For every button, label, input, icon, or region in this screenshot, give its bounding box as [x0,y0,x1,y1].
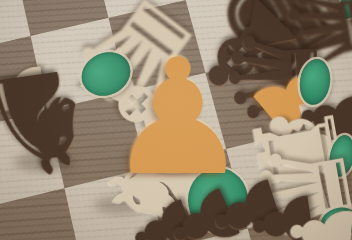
photo-chess-scene: ♛♝♞♚♛♝♝♛♟♟♝♜♛♞♟♟♟♟♟♟♟ [0,0,352,240]
contact-shadow [94,196,146,214]
felt-base-knight-big-icon [188,168,248,232]
chessboard [0,0,352,240]
contact-shadow [14,152,74,172]
